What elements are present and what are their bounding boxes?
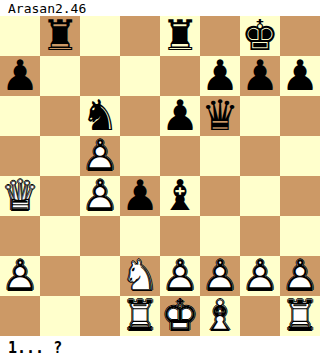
white-pawn-piece-outline: ♙: [160, 256, 200, 296]
square-d8[interactable]: [120, 16, 160, 56]
white-rook-piece-outline: ♖: [120, 296, 160, 336]
chess-board[interactable]: ♜♜♚♟♟♟♟♞♟♛♟♙♛♕♟♙♟♝♟♙♞♘♟♙♟♙♟♙♟♙♜♖♚♔♝♗♜♖: [0, 16, 320, 336]
move-prompt: 1... ?: [8, 339, 62, 357]
black-pawn-piece: ♟: [240, 56, 280, 96]
square-c7[interactable]: [80, 56, 120, 96]
square-a2[interactable]: ♟♙: [0, 256, 40, 296]
square-a6[interactable]: [0, 96, 40, 136]
white-pawn-piece: ♟: [80, 136, 120, 176]
square-h3[interactable]: [280, 216, 320, 256]
square-f2[interactable]: ♟♙: [200, 256, 240, 296]
white-pawn-piece-outline: ♙: [80, 176, 120, 216]
square-g6[interactable]: [240, 96, 280, 136]
square-e2[interactable]: ♟♙: [160, 256, 200, 296]
white-pawn-piece: ♟: [240, 256, 280, 296]
square-d7[interactable]: [120, 56, 160, 96]
black-pawn-piece: ♟: [200, 56, 240, 96]
square-c3[interactable]: [80, 216, 120, 256]
square-c6[interactable]: ♞: [80, 96, 120, 136]
square-c2[interactable]: [80, 256, 120, 296]
square-c5[interactable]: ♟♙: [80, 136, 120, 176]
square-e8[interactable]: ♜: [160, 16, 200, 56]
white-rook-piece-outline: ♖: [280, 296, 320, 336]
square-g2[interactable]: ♟♙: [240, 256, 280, 296]
square-b8[interactable]: ♜: [40, 16, 80, 56]
square-d1[interactable]: ♜♖: [120, 296, 160, 336]
square-a5[interactable]: [0, 136, 40, 176]
black-pawn-piece: ♟: [120, 176, 160, 216]
window-title: Arasan2.46: [8, 1, 86, 16]
square-a8[interactable]: [0, 16, 40, 56]
black-pawn-piece: ♟: [280, 56, 320, 96]
white-pawn-piece: ♟: [160, 256, 200, 296]
square-e1[interactable]: ♚♔: [160, 296, 200, 336]
square-g3[interactable]: [240, 216, 280, 256]
square-d6[interactable]: [120, 96, 160, 136]
square-b7[interactable]: [40, 56, 80, 96]
square-d3[interactable]: [120, 216, 160, 256]
black-queen-piece: ♛: [200, 96, 240, 136]
square-d5[interactable]: [120, 136, 160, 176]
square-f7[interactable]: ♟: [200, 56, 240, 96]
white-bishop-piece-outline: ♗: [200, 296, 240, 336]
square-b2[interactable]: [40, 256, 80, 296]
white-knight-piece: ♞: [120, 256, 160, 296]
square-g1[interactable]: [240, 296, 280, 336]
square-h2[interactable]: ♟♙: [280, 256, 320, 296]
square-b5[interactable]: [40, 136, 80, 176]
square-f4[interactable]: [200, 176, 240, 216]
square-h6[interactable]: [280, 96, 320, 136]
square-d4[interactable]: ♟: [120, 176, 160, 216]
square-f5[interactable]: [200, 136, 240, 176]
white-pawn-piece-outline: ♙: [0, 256, 40, 296]
black-king-piece: ♚: [240, 16, 280, 56]
black-rook-piece: ♜: [40, 16, 80, 56]
white-rook-piece: ♜: [280, 296, 320, 336]
white-pawn-piece-outline: ♙: [280, 256, 320, 296]
square-g8[interactable]: ♚: [240, 16, 280, 56]
square-a3[interactable]: [0, 216, 40, 256]
black-knight-piece: ♞: [80, 96, 120, 136]
square-b6[interactable]: [40, 96, 80, 136]
square-h7[interactable]: ♟: [280, 56, 320, 96]
square-c4[interactable]: ♟♙: [80, 176, 120, 216]
square-b4[interactable]: [40, 176, 80, 216]
status-bar: 1... ?: [0, 336, 320, 360]
white-queen-piece: ♛: [0, 176, 40, 216]
square-f8[interactable]: [200, 16, 240, 56]
white-pawn-piece: ♟: [80, 176, 120, 216]
white-knight-piece-outline: ♘: [120, 256, 160, 296]
chess-app-window: Arasan2.46 ♜♜♚♟♟♟♟♞♟♛♟♙♛♕♟♙♟♝♟♙♞♘♟♙♟♙♟♙♟…: [0, 0, 320, 360]
square-h8[interactable]: [280, 16, 320, 56]
square-f3[interactable]: [200, 216, 240, 256]
white-king-piece: ♚: [160, 296, 200, 336]
square-e5[interactable]: [160, 136, 200, 176]
square-g4[interactable]: [240, 176, 280, 216]
square-c1[interactable]: [80, 296, 120, 336]
white-pawn-piece-outline: ♙: [200, 256, 240, 296]
square-c8[interactable]: [80, 16, 120, 56]
white-queen-piece-outline: ♕: [0, 176, 40, 216]
square-h5[interactable]: [280, 136, 320, 176]
square-g5[interactable]: [240, 136, 280, 176]
white-pawn-piece: ♟: [200, 256, 240, 296]
square-a4[interactable]: ♛♕: [0, 176, 40, 216]
square-b3[interactable]: [40, 216, 80, 256]
square-e4[interactable]: ♝: [160, 176, 200, 216]
white-bishop-piece: ♝: [200, 296, 240, 336]
square-e6[interactable]: ♟: [160, 96, 200, 136]
black-pawn-piece: ♟: [160, 96, 200, 136]
square-f6[interactable]: ♛: [200, 96, 240, 136]
white-pawn-piece: ♟: [0, 256, 40, 296]
white-pawn-piece-outline: ♙: [80, 136, 120, 176]
black-rook-piece: ♜: [160, 16, 200, 56]
white-king-piece-outline: ♔: [160, 296, 200, 336]
white-rook-piece: ♜: [120, 296, 160, 336]
square-e7[interactable]: [160, 56, 200, 96]
square-h4[interactable]: [280, 176, 320, 216]
white-pawn-piece: ♟: [280, 256, 320, 296]
white-pawn-piece-outline: ♙: [240, 256, 280, 296]
square-a1[interactable]: [0, 296, 40, 336]
square-a7[interactable]: ♟: [0, 56, 40, 96]
square-b1[interactable]: [40, 296, 80, 336]
square-e3[interactable]: [160, 216, 200, 256]
square-g7[interactable]: ♟: [240, 56, 280, 96]
black-bishop-piece: ♝: [160, 176, 200, 216]
square-d2[interactable]: ♞♘: [120, 256, 160, 296]
square-h1[interactable]: ♜♖: [280, 296, 320, 336]
title-bar: Arasan2.46: [0, 0, 320, 16]
square-f1[interactable]: ♝♗: [200, 296, 240, 336]
black-pawn-piece: ♟: [0, 56, 40, 96]
